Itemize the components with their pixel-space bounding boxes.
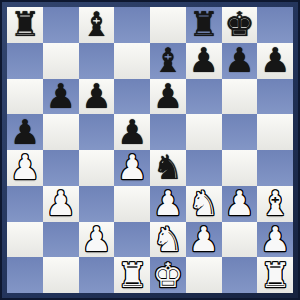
black-pawn-f7: ♟ bbox=[188, 43, 218, 78]
square-c5[interactable] bbox=[79, 114, 115, 150]
square-e4[interactable]: ♞ bbox=[150, 150, 186, 186]
square-f6[interactable] bbox=[186, 79, 222, 115]
square-e7[interactable]: ♝ bbox=[150, 43, 186, 79]
white-rook-h1: ♜ bbox=[260, 258, 290, 293]
white-pawn-f2: ♟ bbox=[188, 222, 218, 257]
square-b6[interactable]: ♟ bbox=[43, 79, 79, 115]
square-g4[interactable] bbox=[222, 150, 258, 186]
square-a2[interactable] bbox=[7, 222, 43, 258]
square-a1[interactable] bbox=[7, 257, 43, 293]
square-d7[interactable] bbox=[114, 43, 150, 79]
white-knight-f3: ♞ bbox=[188, 186, 218, 221]
square-d2[interactable] bbox=[114, 222, 150, 258]
square-f4[interactable] bbox=[186, 150, 222, 186]
black-pawn-e6: ♟ bbox=[153, 79, 183, 114]
black-pawn-b6: ♟ bbox=[45, 79, 75, 114]
square-f3[interactable]: ♞ bbox=[186, 186, 222, 222]
square-g5[interactable] bbox=[222, 114, 258, 150]
square-b8[interactable] bbox=[43, 7, 79, 43]
square-a8[interactable]: ♜ bbox=[7, 7, 43, 43]
square-h2[interactable]: ♟ bbox=[257, 222, 293, 258]
white-king-e1: ♚ bbox=[153, 258, 183, 293]
square-a4[interactable]: ♟ bbox=[7, 150, 43, 186]
square-g8[interactable]: ♚ bbox=[222, 7, 258, 43]
square-c2[interactable]: ♟ bbox=[79, 222, 115, 258]
square-f8[interactable]: ♜ bbox=[186, 7, 222, 43]
square-e3[interactable]: ♟ bbox=[150, 186, 186, 222]
black-pawn-d5: ♟ bbox=[117, 115, 147, 150]
square-g3[interactable]: ♟ bbox=[222, 186, 258, 222]
square-b2[interactable] bbox=[43, 222, 79, 258]
square-c8[interactable]: ♝ bbox=[79, 7, 115, 43]
square-a5[interactable]: ♟ bbox=[7, 114, 43, 150]
square-d5[interactable]: ♟ bbox=[114, 114, 150, 150]
square-d8[interactable] bbox=[114, 7, 150, 43]
white-rook-d1: ♜ bbox=[117, 258, 147, 293]
square-h1[interactable]: ♜ bbox=[257, 257, 293, 293]
square-h8[interactable] bbox=[257, 7, 293, 43]
square-a3[interactable] bbox=[7, 186, 43, 222]
black-bishop-e7: ♝ bbox=[153, 43, 183, 78]
black-rook-f8: ♜ bbox=[188, 7, 218, 42]
square-b5[interactable] bbox=[43, 114, 79, 150]
square-b3[interactable]: ♟ bbox=[43, 186, 79, 222]
square-d4[interactable]: ♟ bbox=[114, 150, 150, 186]
black-pawn-a5: ♟ bbox=[10, 115, 40, 150]
square-e5[interactable] bbox=[150, 114, 186, 150]
black-pawn-g7: ♟ bbox=[224, 43, 254, 78]
square-f7[interactable]: ♟ bbox=[186, 43, 222, 79]
square-b4[interactable] bbox=[43, 150, 79, 186]
white-pawn-b3: ♟ bbox=[45, 186, 75, 221]
chess-board-frame: ♜♝♜♚♝♟♟♟♟♟♟♟♟♟♟♞♟♟♞♟♝♟♞♟♟♜♚♜ bbox=[0, 0, 300, 300]
square-c3[interactable] bbox=[79, 186, 115, 222]
black-pawn-h7: ♟ bbox=[260, 43, 290, 78]
white-knight-e2: ♞ bbox=[153, 222, 183, 257]
square-a7[interactable] bbox=[7, 43, 43, 79]
square-h7[interactable]: ♟ bbox=[257, 43, 293, 79]
white-pawn-g3: ♟ bbox=[224, 186, 254, 221]
black-king-g8: ♚ bbox=[224, 7, 254, 42]
black-knight-e4: ♞ bbox=[153, 150, 183, 185]
black-pawn-c6: ♟ bbox=[81, 79, 111, 114]
square-f2[interactable]: ♟ bbox=[186, 222, 222, 258]
chess-board: ♜♝♜♚♝♟♟♟♟♟♟♟♟♟♟♞♟♟♞♟♝♟♞♟♟♜♚♜ bbox=[7, 7, 293, 293]
white-pawn-a4: ♟ bbox=[10, 150, 40, 185]
white-pawn-c2: ♟ bbox=[81, 222, 111, 257]
square-a6[interactable] bbox=[7, 79, 43, 115]
black-rook-a8: ♜ bbox=[10, 7, 40, 42]
square-h3[interactable]: ♝ bbox=[257, 186, 293, 222]
square-h6[interactable] bbox=[257, 79, 293, 115]
square-c1[interactable] bbox=[79, 257, 115, 293]
square-d3[interactable] bbox=[114, 186, 150, 222]
white-pawn-e3: ♟ bbox=[153, 186, 183, 221]
square-e2[interactable]: ♞ bbox=[150, 222, 186, 258]
white-pawn-d4: ♟ bbox=[117, 150, 147, 185]
square-f1[interactable] bbox=[186, 257, 222, 293]
black-bishop-c8: ♝ bbox=[81, 7, 111, 42]
square-h5[interactable] bbox=[257, 114, 293, 150]
square-c6[interactable]: ♟ bbox=[79, 79, 115, 115]
square-h4[interactable] bbox=[257, 150, 293, 186]
white-pawn-h2: ♟ bbox=[260, 222, 290, 257]
square-c7[interactable] bbox=[79, 43, 115, 79]
square-b7[interactable] bbox=[43, 43, 79, 79]
square-c4[interactable] bbox=[79, 150, 115, 186]
square-g1[interactable] bbox=[222, 257, 258, 293]
square-e8[interactable] bbox=[150, 7, 186, 43]
square-g6[interactable] bbox=[222, 79, 258, 115]
square-d6[interactable] bbox=[114, 79, 150, 115]
square-g7[interactable]: ♟ bbox=[222, 43, 258, 79]
square-e6[interactable]: ♟ bbox=[150, 79, 186, 115]
square-e1[interactable]: ♚ bbox=[150, 257, 186, 293]
square-b1[interactable] bbox=[43, 257, 79, 293]
square-d1[interactable]: ♜ bbox=[114, 257, 150, 293]
white-bishop-h3: ♝ bbox=[260, 186, 290, 221]
square-g2[interactable] bbox=[222, 222, 258, 258]
square-f5[interactable] bbox=[186, 114, 222, 150]
